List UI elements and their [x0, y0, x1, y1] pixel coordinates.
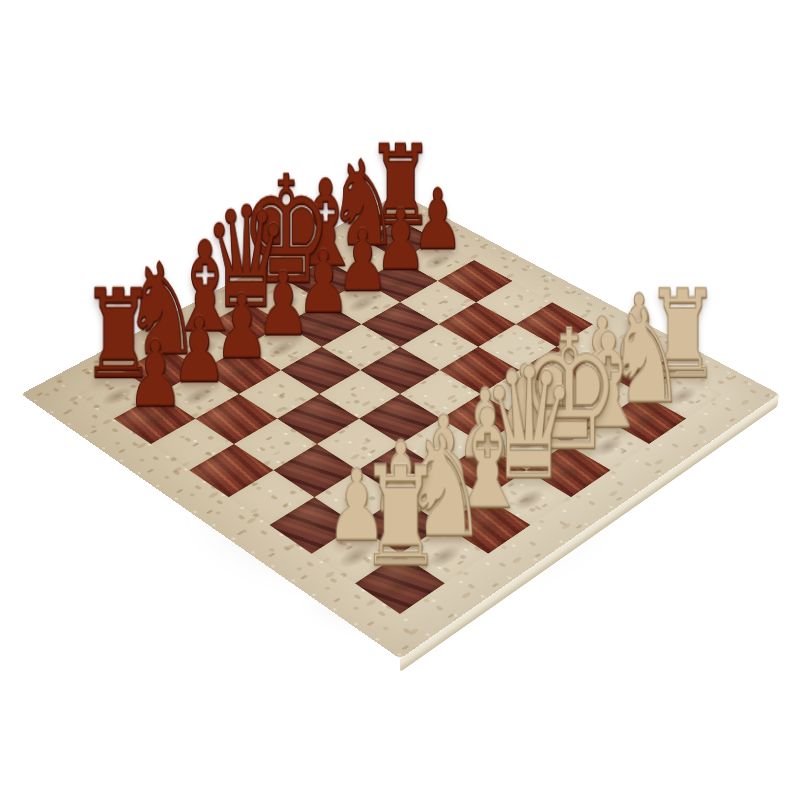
product-photo: ♜♞♝♛♚♝♞♜♟♟♟♟♟♟♟♟♟♟♟♟♟♟♟♟♜♞♝♛♚♝♞♜: [0, 0, 800, 800]
scene: ♜♞♝♛♚♝♞♜♟♟♟♟♟♟♟♟♟♟♟♟♟♟♟♟♜♞♝♛♚♝♞♜: [0, 0, 800, 800]
chessboard: ♜♞♝♛♚♝♞♜♟♟♟♟♟♟♟♟♟♟♟♟♟♟♟♟♜♞♝♛♚♝♞♜: [21, 193, 779, 659]
rook-glyph: ♜: [322, 454, 478, 583]
pawn-glyph: ♟: [84, 332, 226, 419]
